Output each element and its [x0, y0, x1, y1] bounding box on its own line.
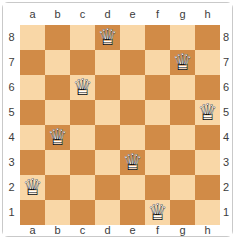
file-label-top-a: a: [20, 3, 45, 25]
square-d1[interactable]: [95, 200, 120, 225]
square-a7[interactable]: [20, 50, 45, 75]
square-a1[interactable]: [20, 200, 45, 225]
rank-label-left-6: 6: [3, 75, 20, 100]
square-d4[interactable]: [95, 125, 120, 150]
piece-white-queen-c6[interactable]: ♛♕: [70, 75, 95, 100]
square-c5[interactable]: [70, 100, 95, 125]
square-e1[interactable]: [120, 200, 145, 225]
file-label-bottom-e: e: [120, 225, 145, 236]
square-e5[interactable]: [120, 100, 145, 125]
square-a8[interactable]: [20, 25, 45, 50]
rank-label-left-3: 3: [3, 150, 20, 175]
white-queen-icon: ♕: [95, 25, 120, 50]
rank-label-left-7: 7: [3, 50, 20, 75]
file-label-top-e: e: [120, 3, 145, 25]
rank-label-left-4: 4: [3, 125, 20, 150]
rank-label-right-7: 7: [220, 50, 232, 75]
file-label-bottom-g: g: [170, 225, 195, 236]
piece-white-queen-g7[interactable]: ♛♕: [170, 50, 195, 75]
rank-label-right-6: 6: [220, 75, 232, 100]
square-g2[interactable]: [170, 175, 195, 200]
rank-label-right-8: 8: [220, 25, 232, 50]
chessboard: abcdefgh8♛♕87♛♕76♛♕65♛♕54♛♕43♛♕32♛♕21♛♕1…: [3, 3, 232, 236]
square-c8[interactable]: [70, 25, 95, 50]
square-b1[interactable]: [45, 200, 70, 225]
file-label-bottom-c: c: [70, 225, 95, 236]
square-d6[interactable]: [95, 75, 120, 100]
square-b2[interactable]: [45, 175, 70, 200]
square-e8[interactable]: [120, 25, 145, 50]
square-b4[interactable]: ♛♕: [45, 125, 70, 150]
corner-top-left: [3, 3, 20, 25]
file-label-top-d: d: [95, 3, 120, 25]
square-c6[interactable]: ♛♕: [70, 75, 95, 100]
square-d7[interactable]: [95, 50, 120, 75]
piece-white-queen-b4[interactable]: ♛♕: [45, 125, 70, 150]
square-h5[interactable]: ♛♕: [195, 100, 220, 125]
square-d3[interactable]: [95, 150, 120, 175]
square-d5[interactable]: [95, 100, 120, 125]
rank-label-left-1: 1: [3, 200, 20, 225]
square-h7[interactable]: [195, 50, 220, 75]
rank-label-right-4: 4: [220, 125, 232, 150]
white-queen-icon: ♕: [20, 175, 45, 200]
white-queen-icon: ♕: [120, 150, 145, 175]
square-c2[interactable]: [70, 175, 95, 200]
square-e3[interactable]: ♛♕: [120, 150, 145, 175]
square-h2[interactable]: [195, 175, 220, 200]
square-a2[interactable]: ♛♕: [20, 175, 45, 200]
white-queen-icon: ♕: [145, 200, 170, 225]
white-queen-icon: ♕: [70, 75, 95, 100]
square-f4[interactable]: [145, 125, 170, 150]
square-h6[interactable]: [195, 75, 220, 100]
square-b6[interactable]: [45, 75, 70, 100]
square-f3[interactable]: [145, 150, 170, 175]
chess-diagram-page: abcdefgh8♛♕87♛♕76♛♕65♛♕54♛♕43♛♕32♛♕21♛♕1…: [0, 0, 238, 240]
square-e2[interactable]: [120, 175, 145, 200]
board-card: abcdefgh8♛♕87♛♕76♛♕65♛♕54♛♕43♛♕32♛♕21♛♕1…: [2, 2, 233, 237]
square-g5[interactable]: [170, 100, 195, 125]
white-queen-icon: ♕: [195, 100, 220, 125]
rank-label-left-2: 2: [3, 175, 20, 200]
square-f8[interactable]: [145, 25, 170, 50]
square-a4[interactable]: [20, 125, 45, 150]
file-label-top-g: g: [170, 3, 195, 25]
square-f1[interactable]: ♛♕: [145, 200, 170, 225]
square-g6[interactable]: [170, 75, 195, 100]
file-label-top-h: h: [195, 3, 220, 25]
piece-white-queen-f1[interactable]: ♛♕: [145, 200, 170, 225]
square-a5[interactable]: [20, 100, 45, 125]
square-g3[interactable]: [170, 150, 195, 175]
square-a3[interactable]: [20, 150, 45, 175]
square-h4[interactable]: [195, 125, 220, 150]
file-label-bottom-d: d: [95, 225, 120, 236]
rank-label-left-8: 8: [3, 25, 20, 50]
square-f5[interactable]: [145, 100, 170, 125]
white-queen-icon: ♕: [170, 50, 195, 75]
square-e7[interactable]: [120, 50, 145, 75]
rank-label-left-5: 5: [3, 100, 20, 125]
rank-label-right-5: 5: [220, 100, 232, 125]
square-e6[interactable]: [120, 75, 145, 100]
square-f7[interactable]: [145, 50, 170, 75]
file-label-bottom-f: f: [145, 225, 170, 236]
file-label-top-f: f: [145, 3, 170, 25]
square-g1[interactable]: [170, 200, 195, 225]
square-b8[interactable]: [45, 25, 70, 50]
square-g7[interactable]: ♛♕: [170, 50, 195, 75]
square-b5[interactable]: [45, 100, 70, 125]
file-label-bottom-a: a: [20, 225, 45, 236]
square-f2[interactable]: [145, 175, 170, 200]
square-h3[interactable]: [195, 150, 220, 175]
square-c1[interactable]: [70, 200, 95, 225]
square-f6[interactable]: [145, 75, 170, 100]
rank-label-right-1: 1: [220, 200, 232, 225]
corner-bottom-left: [3, 225, 20, 236]
rank-label-right-2: 2: [220, 175, 232, 200]
file-label-bottom-b: b: [45, 225, 70, 236]
square-e4[interactable]: [120, 125, 145, 150]
piece-white-queen-d8[interactable]: ♛♕: [95, 25, 120, 50]
square-g4[interactable]: [170, 125, 195, 150]
file-label-top-b: b: [45, 3, 70, 25]
corner-top-right: [220, 3, 232, 25]
piece-white-queen-e3[interactable]: ♛♕: [120, 150, 145, 175]
square-c7[interactable]: [70, 50, 95, 75]
rank-label-right-3: 3: [220, 150, 232, 175]
corner-bottom-right: [220, 225, 232, 236]
file-label-bottom-h: h: [195, 225, 220, 236]
square-h8[interactable]: [195, 25, 220, 50]
square-g8[interactable]: [170, 25, 195, 50]
white-queen-icon: ♕: [45, 125, 70, 150]
piece-white-queen-a2[interactable]: ♛♕: [20, 175, 45, 200]
square-d2[interactable]: [95, 175, 120, 200]
square-a6[interactable]: [20, 75, 45, 100]
file-label-top-c: c: [70, 3, 95, 25]
square-d8[interactable]: ♛♕: [95, 25, 120, 50]
square-b7[interactable]: [45, 50, 70, 75]
piece-white-queen-h5[interactable]: ♛♕: [195, 100, 220, 125]
square-c3[interactable]: [70, 150, 95, 175]
square-h1[interactable]: [195, 200, 220, 225]
square-c4[interactable]: [70, 125, 95, 150]
square-b3[interactable]: [45, 150, 70, 175]
